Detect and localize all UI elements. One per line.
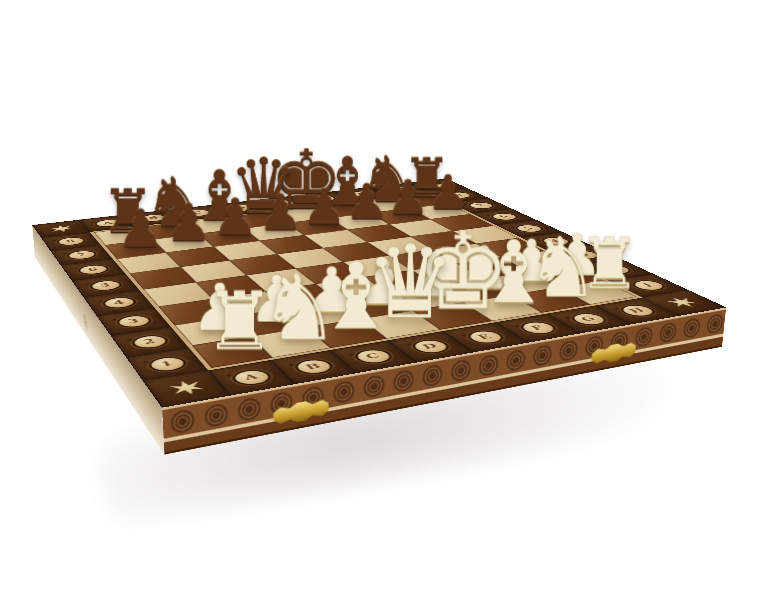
scene: ABCDEFGH ABCDEFGH 87654321 87654321 ♜♞♝♛…	[83, 2, 603, 522]
piece-dark-pawn-a7[interactable]: ♟	[116, 204, 163, 254]
piece-dark-pawn-f7[interactable]: ♟	[344, 179, 388, 225]
piece-dark-pawn-h7[interactable]: ♟	[426, 170, 469, 215]
file-label-e-medallion: E	[461, 329, 509, 346]
piece-dark-pawn-d7[interactable]: ♟	[257, 188, 302, 236]
rank-label-7-medallion: 7	[64, 249, 99, 260]
piece-light-rook-a1[interactable]: ♜	[203, 284, 275, 360]
rank-label-3-medallion: 3	[113, 314, 154, 330]
rank-label-4-medallion: 4	[99, 295, 138, 309]
page-background: { "game": "chess", "position": "rnbqkbnr…	[0, 0, 775, 599]
file-label-c-medallion: C	[349, 347, 397, 365]
piece-dark-pawn-e7[interactable]: ♟	[301, 184, 346, 231]
star-ornament	[661, 296, 704, 309]
brass-clasp-right	[591, 340, 636, 365]
brass-clasp-left	[273, 397, 329, 426]
file-label-d-medallion: D	[406, 338, 454, 356]
file-label-g-medallion: G	[565, 311, 612, 327]
star-ornament	[47, 224, 77, 233]
rank-label-8-medallion: 8	[54, 236, 87, 247]
file-label-a-medallion: A	[227, 367, 275, 387]
piece-dark-pawn-c7[interactable]: ♟	[212, 193, 258, 242]
rank-label-6-medallion: 6	[75, 263, 111, 275]
rank-label-2-medallion: 2	[128, 333, 171, 350]
rank-label-1-medallion: 1	[144, 355, 190, 374]
file-label-f-medallion: F	[514, 320, 561, 336]
file-label-b-medallion: B	[289, 357, 337, 376]
file-label-h-medallion: H	[614, 303, 661, 318]
star-ornament	[165, 378, 210, 397]
rank-label-5-medallion: 5	[86, 279, 124, 292]
piece-dark-pawn-b7[interactable]: ♟	[165, 198, 212, 247]
